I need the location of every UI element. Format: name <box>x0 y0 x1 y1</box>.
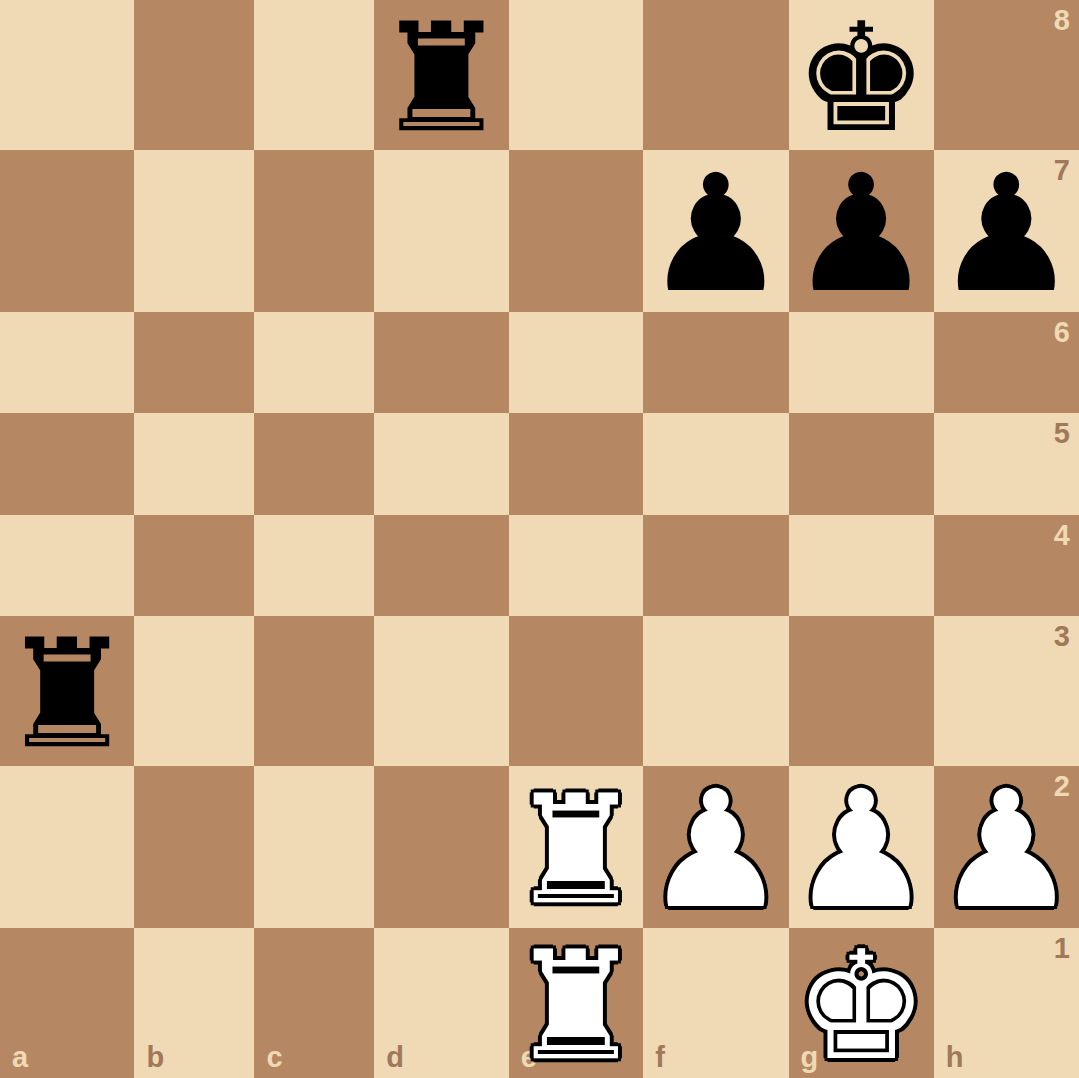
rank-label-4: 4 <box>1054 521 1070 550</box>
square-c2[interactable] <box>254 766 374 928</box>
file-label-c: c <box>266 1043 282 1072</box>
square-b7[interactable] <box>134 150 254 312</box>
square-c3[interactable] <box>254 616 374 766</box>
square-f5[interactable] <box>643 413 788 514</box>
file-label-h: h <box>946 1043 964 1072</box>
black-rook-d8[interactable]: ♜ <box>374 3 508 153</box>
square-e2[interactable]: ♜ <box>509 766 643 928</box>
white-pawn-h2[interactable]: ♟ <box>934 769 1079 931</box>
square-h1[interactable]: 1h <box>934 928 1079 1078</box>
file-label-f: f <box>655 1043 665 1072</box>
square-c4[interactable] <box>254 515 374 616</box>
square-f1[interactable]: f <box>643 928 788 1078</box>
square-f4[interactable] <box>643 515 788 616</box>
square-e3[interactable] <box>509 616 643 766</box>
square-a7[interactable] <box>0 150 134 312</box>
square-h3[interactable]: 3 <box>934 616 1079 766</box>
square-h2[interactable]: ♟2 <box>934 766 1079 928</box>
square-d5[interactable] <box>374 413 508 514</box>
square-a4[interactable] <box>0 515 134 616</box>
rank-label-5: 5 <box>1054 419 1070 448</box>
square-a1[interactable]: a <box>0 928 134 1078</box>
square-g8[interactable]: ♚ <box>789 0 934 150</box>
square-d7[interactable] <box>374 150 508 312</box>
square-e7[interactable] <box>509 150 643 312</box>
square-g3[interactable] <box>789 616 934 766</box>
white-pawn-g2[interactable]: ♟ <box>789 769 934 931</box>
square-a8[interactable] <box>0 0 134 150</box>
square-c5[interactable] <box>254 413 374 514</box>
square-c8[interactable] <box>254 0 374 150</box>
square-f8[interactable] <box>643 0 788 150</box>
square-a5[interactable] <box>0 413 134 514</box>
square-d6[interactable] <box>374 312 508 413</box>
file-label-a: a <box>12 1043 28 1072</box>
black-pawn-f7[interactable]: ♟ <box>643 153 788 315</box>
chess-board: ♜♚8♟♟♟7654♜3♜♟♟♟2abcd♜ef♚g1h <box>0 0 1079 1078</box>
square-c1[interactable]: c <box>254 928 374 1078</box>
square-h5[interactable]: 5 <box>934 413 1079 514</box>
square-c7[interactable] <box>254 150 374 312</box>
square-f2[interactable]: ♟ <box>643 766 788 928</box>
square-c6[interactable] <box>254 312 374 413</box>
white-king-g1[interactable]: ♚ <box>794 931 928 1078</box>
rank-label-8: 8 <box>1054 6 1070 35</box>
white-rook-e2[interactable]: ♜ <box>509 775 643 925</box>
square-b3[interactable] <box>134 616 254 766</box>
square-e6[interactable] <box>509 312 643 413</box>
square-d8[interactable]: ♜ <box>374 0 508 150</box>
square-g4[interactable] <box>789 515 934 616</box>
black-pawn-h7[interactable]: ♟ <box>934 153 1079 315</box>
square-g7[interactable]: ♟ <box>789 150 934 312</box>
square-h4[interactable]: 4 <box>934 515 1079 616</box>
white-pawn-f2[interactable]: ♟ <box>643 769 788 931</box>
square-d3[interactable] <box>374 616 508 766</box>
square-b8[interactable] <box>134 0 254 150</box>
square-a3[interactable]: ♜ <box>0 616 134 766</box>
file-label-b: b <box>146 1043 164 1072</box>
square-e4[interactable] <box>509 515 643 616</box>
square-b1[interactable]: b <box>134 928 254 1078</box>
square-b2[interactable] <box>134 766 254 928</box>
square-d2[interactable] <box>374 766 508 928</box>
square-h7[interactable]: ♟7 <box>934 150 1079 312</box>
black-king-g8[interactable]: ♚ <box>794 3 928 153</box>
rank-label-3: 3 <box>1054 622 1070 651</box>
square-b5[interactable] <box>134 413 254 514</box>
square-a2[interactable] <box>0 766 134 928</box>
square-g2[interactable]: ♟ <box>789 766 934 928</box>
square-e1[interactable]: ♜e <box>509 928 643 1078</box>
square-b4[interactable] <box>134 515 254 616</box>
black-rook-a3[interactable]: ♜ <box>0 619 134 769</box>
square-h8[interactable]: 8 <box>934 0 1079 150</box>
square-f3[interactable] <box>643 616 788 766</box>
square-f7[interactable]: ♟ <box>643 150 788 312</box>
square-d1[interactable]: d <box>374 928 508 1078</box>
square-e8[interactable] <box>509 0 643 150</box>
square-a6[interactable] <box>0 312 134 413</box>
white-rook-e1[interactable]: ♜ <box>509 931 643 1078</box>
square-b6[interactable] <box>134 312 254 413</box>
square-d4[interactable] <box>374 515 508 616</box>
file-label-d: d <box>386 1043 404 1072</box>
square-e5[interactable] <box>509 413 643 514</box>
square-g5[interactable] <box>789 413 934 514</box>
square-g1[interactable]: ♚g <box>789 928 934 1078</box>
black-pawn-g7[interactable]: ♟ <box>789 153 934 315</box>
